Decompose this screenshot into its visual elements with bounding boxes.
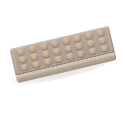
pit-cup-icon bbox=[55, 55, 63, 62]
scene bbox=[0, 0, 125, 125]
pit-cup-icon bbox=[21, 63, 29, 70]
pit-cup-icon bbox=[43, 58, 51, 65]
pit-cup-icon bbox=[100, 45, 108, 52]
pit-cup-icon bbox=[32, 61, 40, 68]
pit-cup-icon bbox=[66, 53, 74, 60]
pit-cup-icon bbox=[77, 50, 85, 57]
pit-cup-icon bbox=[88, 47, 96, 54]
